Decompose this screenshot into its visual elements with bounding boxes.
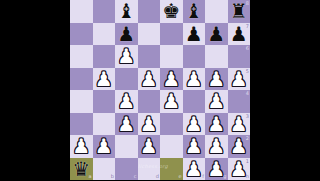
black-pawn[interactable]: ♟ [117,23,135,43]
square-f5[interactable]: ♟ [183,68,206,91]
square-f2[interactable]: ♟ [183,135,206,158]
square-g4[interactable]: ♟ [205,90,228,113]
square-e5[interactable]: ♟ [160,68,183,91]
white-pawn[interactable]: ♟ [207,136,225,156]
chess-board: ♝♚♝♜8♟♟♟♟7♟6♟♟♟♟♟♟5♟♟♟4♟♟♟♟♟3♟♟♟♟♟♟2♛abc… [70,0,250,180]
square-b2[interactable]: ♟ [93,135,116,158]
square-b3[interactable] [93,113,116,136]
white-pawn[interactable]: ♟ [117,46,135,66]
square-a4[interactable] [70,90,93,113]
square-d5[interactable]: ♟ [138,68,161,91]
square-d4[interactable] [138,90,161,113]
white-pawn[interactable]: ♟ [95,68,113,88]
square-g6[interactable] [205,45,228,68]
square-a7[interactable] [70,23,93,46]
square-c2[interactable] [115,135,138,158]
white-pawn[interactable]: ♟ [140,68,158,88]
square-h5[interactable]: ♟5 [228,68,251,91]
square-g3[interactable]: ♟ [205,113,228,136]
square-f1[interactable]: ♟f [183,158,206,181]
square-e1[interactable]: e [160,158,183,181]
square-a3[interactable] [70,113,93,136]
square-c5[interactable] [115,68,138,91]
square-f3[interactable]: ♟ [183,113,206,136]
square-c6[interactable]: ♟ [115,45,138,68]
square-e7[interactable] [160,23,183,46]
square-h8[interactable]: ♜8 [228,0,251,23]
square-d2[interactable]: ♟ [138,135,161,158]
square-b7[interactable] [93,23,116,46]
square-g8[interactable] [205,0,228,23]
letterbox-right [250,0,320,180]
square-c8[interactable]: ♝ [115,0,138,23]
black-pawn[interactable]: ♟ [185,23,203,43]
square-h2[interactable]: ♟2 [228,135,251,158]
white-pawn[interactable]: ♟ [207,158,225,178]
white-pawn[interactable]: ♟ [117,113,135,133]
black-rook[interactable]: ♜ [230,1,248,21]
white-pawn[interactable]: ♟ [117,91,135,111]
square-d6[interactable] [138,45,161,68]
square-f6[interactable] [183,45,206,68]
black-bishop[interactable]: ♝ [185,1,203,21]
white-pawn[interactable]: ♟ [207,91,225,111]
square-d1[interactable]: d [138,158,161,181]
square-f7[interactable]: ♟ [183,23,206,46]
square-c3[interactable]: ♟ [115,113,138,136]
black-bishop[interactable]: ♝ [117,1,135,21]
square-a5[interactable] [70,68,93,91]
square-c1[interactable]: c [115,158,138,181]
black-king[interactable]: ♚ [162,1,180,21]
square-c4[interactable]: ♟ [115,90,138,113]
black-pawn[interactable]: ♟ [207,23,225,43]
square-a2[interactable]: ♟ [70,135,93,158]
square-g1[interactable]: ♟g [205,158,228,181]
square-b4[interactable] [93,90,116,113]
video-frame: ♝♚♝♜8♟♟♟♟7♟6♟♟♟♟♟♟5♟♟♟4♟♟♟♟♟3♟♟♟♟♟♟2♛abc… [0,0,320,180]
white-pawn[interactable]: ♟ [185,136,203,156]
white-pawn[interactable]: ♟ [230,68,248,88]
file-label-d: d [156,174,159,179]
square-g5[interactable]: ♟ [205,68,228,91]
square-h6[interactable]: 6 [228,45,251,68]
rank-label-4: 4 [246,91,249,96]
square-g7[interactable]: ♟ [205,23,228,46]
white-pawn[interactable]: ♟ [185,68,203,88]
rank-label-6: 6 [246,46,249,51]
square-f4[interactable] [183,90,206,113]
square-b6[interactable] [93,45,116,68]
white-pawn[interactable]: ♟ [207,68,225,88]
square-h1[interactable]: ♟1h [228,158,251,181]
white-pawn[interactable]: ♟ [140,136,158,156]
square-b8[interactable] [93,0,116,23]
square-e2[interactable] [160,135,183,158]
square-b5[interactable]: ♟ [93,68,116,91]
square-h7[interactable]: ♟7 [228,23,251,46]
white-pawn[interactable]: ♟ [185,113,203,133]
square-a6[interactable] [70,45,93,68]
square-c7[interactable]: ♟ [115,23,138,46]
square-h4[interactable]: 4 [228,90,251,113]
white-pawn[interactable]: ♟ [207,113,225,133]
white-pawn[interactable]: ♟ [230,113,248,133]
white-pawn[interactable]: ♟ [95,136,113,156]
square-a1[interactable]: ♛a [70,158,93,181]
square-e8[interactable]: ♚ [160,0,183,23]
square-h3[interactable]: ♟3 [228,113,251,136]
square-e6[interactable] [160,45,183,68]
square-b1[interactable]: b [93,158,116,181]
white-pawn[interactable]: ♟ [230,136,248,156]
square-e3[interactable] [160,113,183,136]
white-pawn[interactable]: ♟ [162,68,180,88]
white-pawn[interactable]: ♟ [230,158,248,178]
square-f8[interactable]: ♝ [183,0,206,23]
white-pawn[interactable]: ♟ [140,113,158,133]
white-pawn[interactable]: ♟ [72,136,90,156]
black-queen[interactable]: ♛ [72,158,90,178]
square-a8[interactable] [70,0,93,23]
square-g2[interactable]: ♟ [205,135,228,158]
letterbox-left [0,0,70,180]
square-e4[interactable]: ♟ [160,90,183,113]
black-pawn[interactable]: ♟ [230,23,248,43]
file-label-c: c [134,174,137,179]
white-pawn[interactable]: ♟ [162,91,180,111]
square-d3[interactable]: ♟ [138,113,161,136]
file-label-b: b [111,174,114,179]
file-label-e: e [178,174,181,179]
white-pawn[interactable]: ♟ [185,158,203,178]
square-d8[interactable] [138,0,161,23]
square-d7[interactable] [138,23,161,46]
